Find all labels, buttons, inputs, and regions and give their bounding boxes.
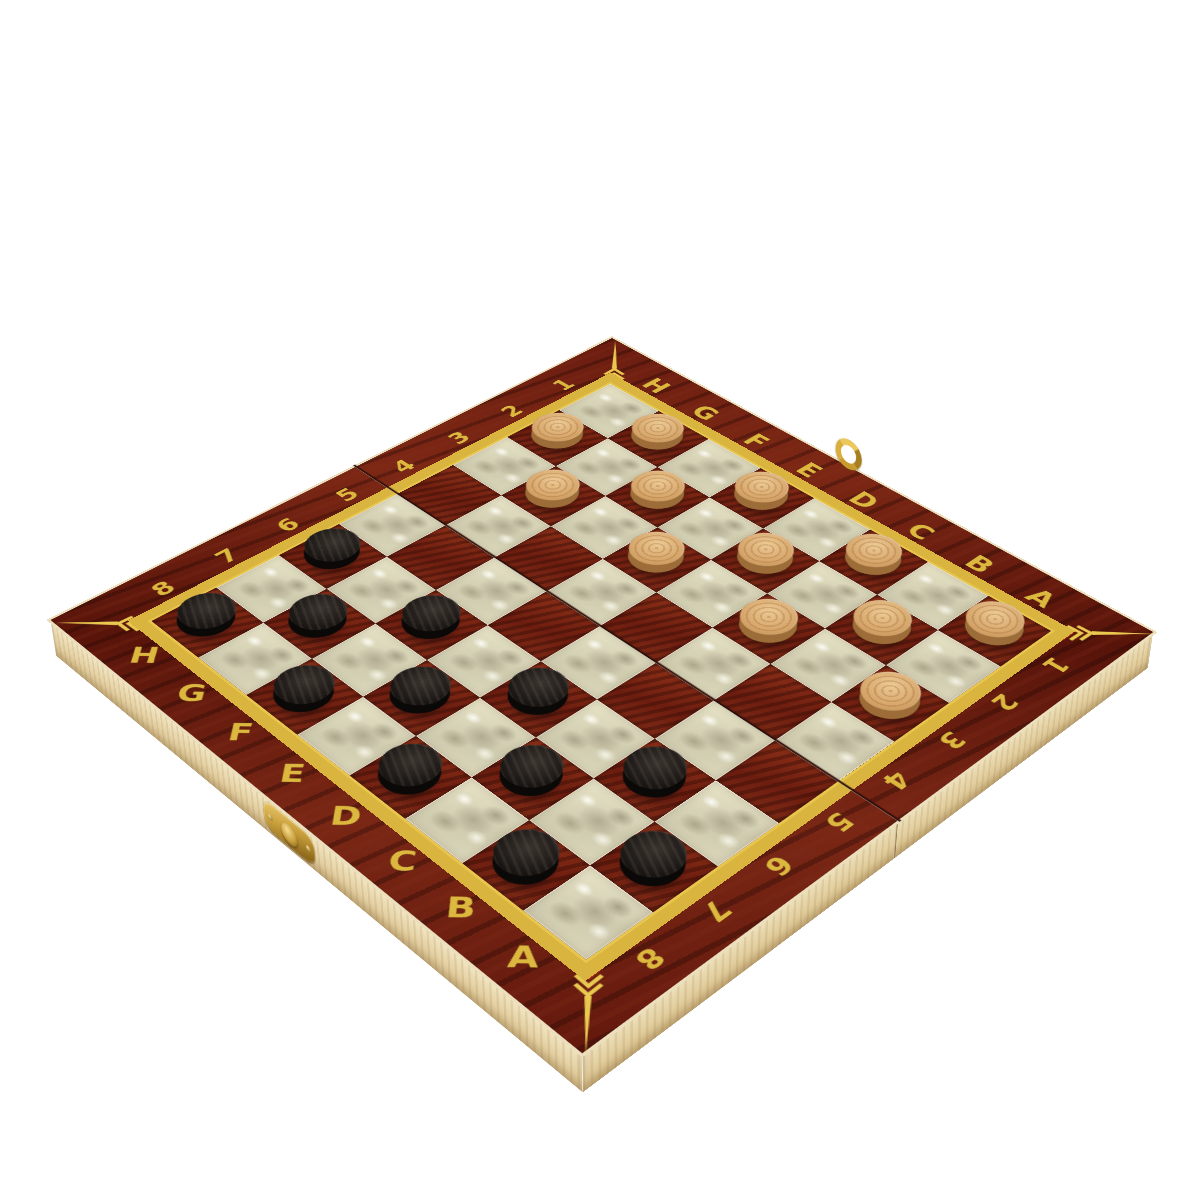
checker-light-b2[interactable]: [840, 604, 922, 655]
checker-light-f2[interactable]: [619, 475, 695, 519]
square-e3[interactable]: [603, 527, 711, 592]
board-top-face: HGFEDCBA HGFEDCBA 12345678 12345678: [50, 338, 1153, 1053]
side-fold-seam: [893, 820, 898, 859]
checker-dark-c7[interactable]: [488, 748, 577, 808]
folding-checkers-board: HGFEDCBA HGFEDCBA 12345678 12345678: [50, 338, 1153, 1053]
photo-scene: HGFEDCBA HGFEDCBA 12345678 12345678: [0, 0, 1200, 1200]
